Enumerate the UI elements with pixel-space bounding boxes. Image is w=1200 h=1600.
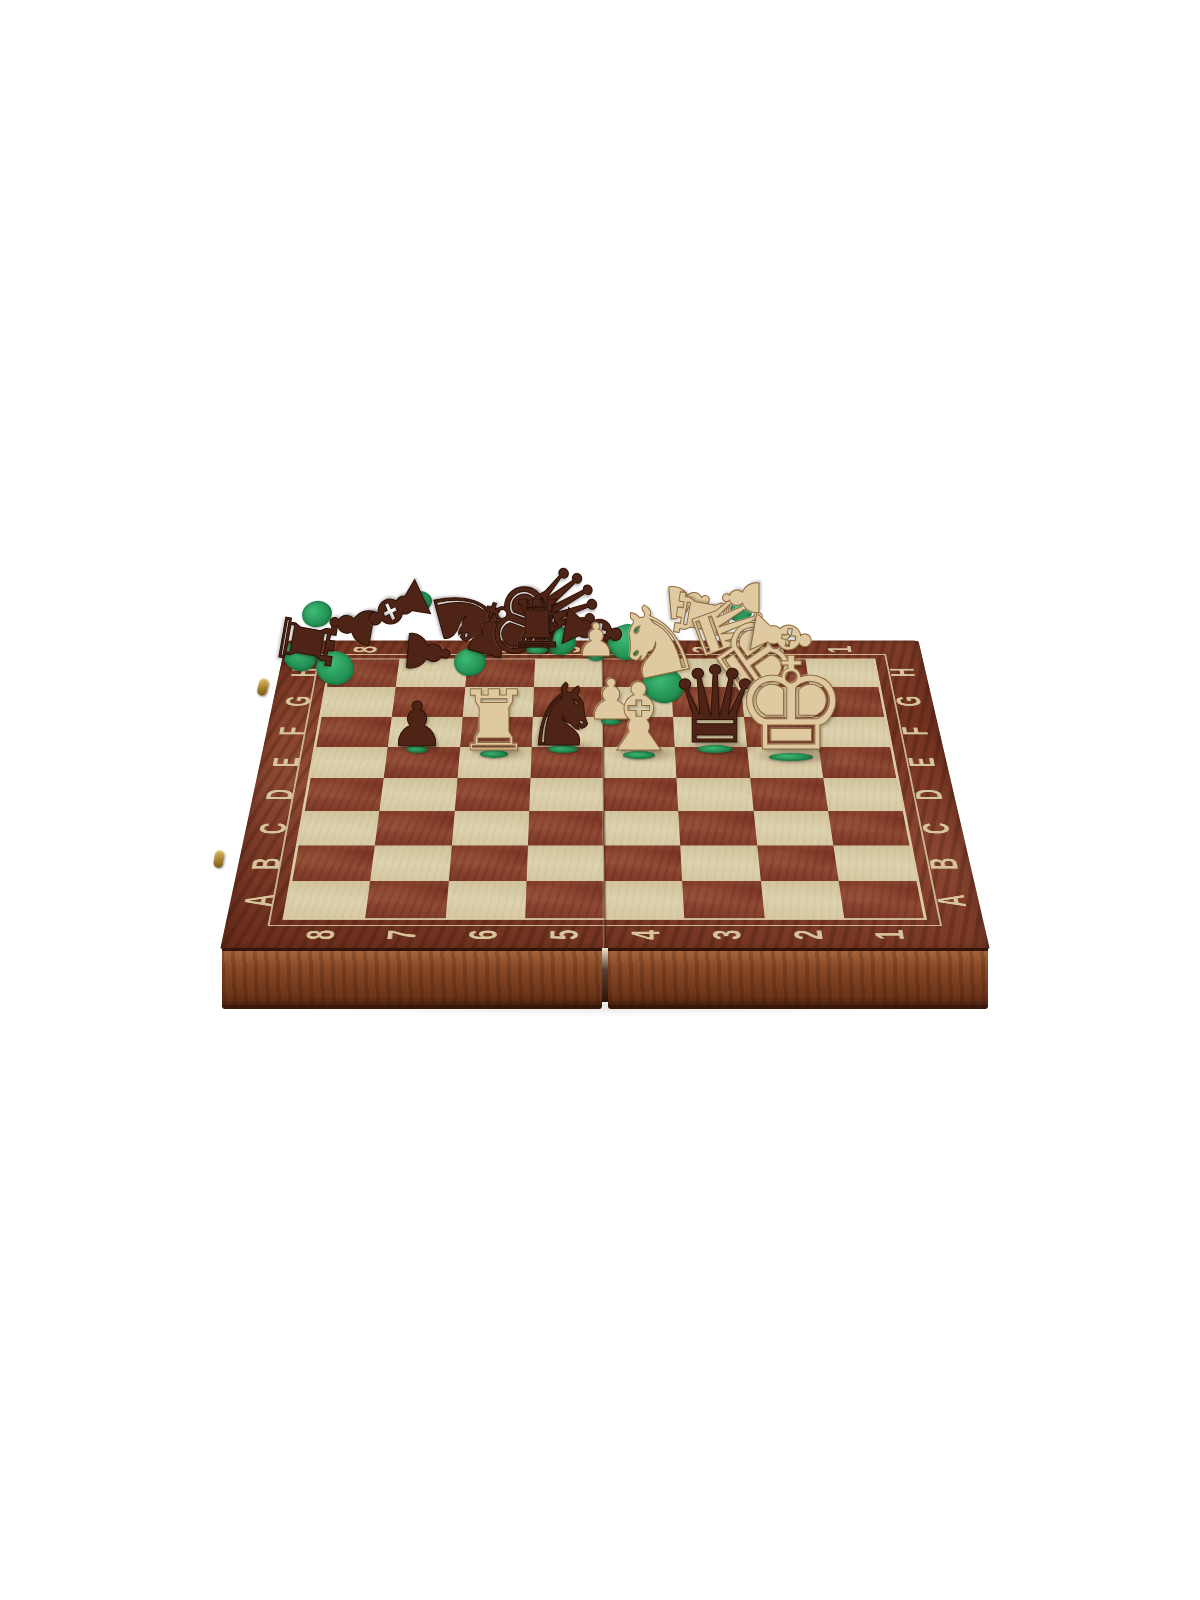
dark-pawn-piece: ♟	[389, 694, 445, 756]
dark-rook-piece: ♜	[507, 592, 566, 658]
dark-knight-piece: ♞	[524, 672, 601, 758]
light-bishop-piece: ♝	[597, 671, 681, 765]
light-rook-piece: ♜	[456, 679, 531, 763]
pieces-layer: ♜♟♝♟♞♟♚♛♝♞♟♜♛♚♝♟♜♟♟♟♞♛♜♝♚	[0, 0, 1200, 1600]
product-photo-page: 87654321 87654321 HGFEDCBA HGFEDCBA ♜♟♝♟…	[0, 0, 1200, 1600]
light-king-piece: ♚	[734, 641, 849, 769]
light-pawn-piece: ♟	[575, 617, 616, 663]
light-pawn-piece: ♟	[717, 575, 767, 620]
